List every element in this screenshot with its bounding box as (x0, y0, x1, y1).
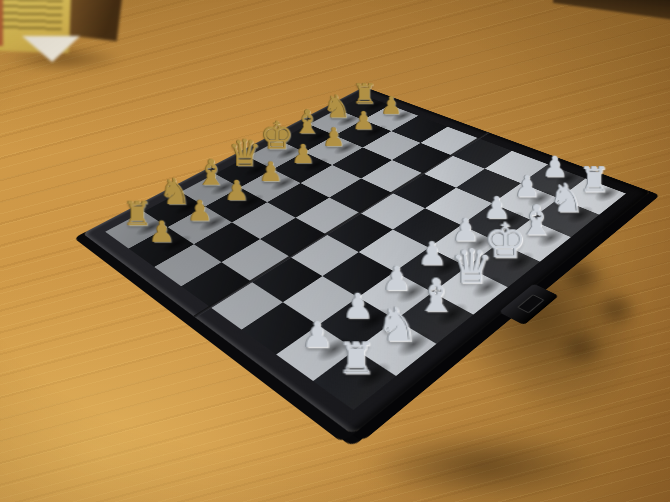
box-red-stripe (0, 0, 3, 46)
photo-scene: ♜♞♝♛♚♝♞♜♟♟♟♟♟♟♟♟♟♟♟♟♟♟♟♟♜♞♝♛♚♝♞♜ (0, 0, 670, 502)
latch-shadow (548, 252, 658, 372)
silver-rook-icon: ♜ (320, 336, 392, 380)
gold-pawn-icon: ♟ (134, 218, 191, 247)
cardboard-box (0, 0, 164, 84)
board-near-shadow (360, 430, 610, 502)
